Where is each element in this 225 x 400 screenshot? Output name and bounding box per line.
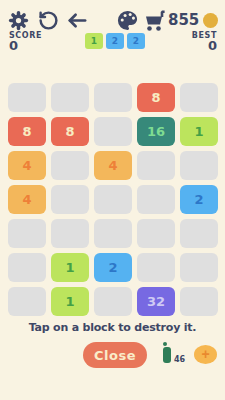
empty-cell[interactable] xyxy=(94,117,132,146)
undo-icon xyxy=(38,10,59,31)
queue-tile-1: 1 xyxy=(85,33,103,49)
plus-icon: + xyxy=(201,346,209,363)
empty-cell[interactable] xyxy=(51,219,89,248)
tile-4[interactable]: 4 xyxy=(8,151,46,180)
cart-icon xyxy=(141,9,168,32)
tile-8[interactable]: 8 xyxy=(51,117,89,146)
empty-cell[interactable] xyxy=(8,287,46,316)
tile-4[interactable]: 4 xyxy=(8,185,46,214)
board-grid: 888161444212132 xyxy=(8,83,218,316)
empty-cell[interactable] xyxy=(94,185,132,214)
palette-icon xyxy=(116,9,139,32)
tile-8[interactable]: 8 xyxy=(8,117,46,146)
queue-tile-2: 2 xyxy=(127,33,145,49)
empty-cell[interactable] xyxy=(180,219,218,248)
undo-button[interactable] xyxy=(38,10,59,31)
empty-cell[interactable] xyxy=(180,151,218,180)
empty-cell[interactable] xyxy=(137,219,175,248)
close-button-label: Close xyxy=(94,348,136,363)
empty-cell[interactable] xyxy=(94,287,132,316)
queue-tile-2: 2 xyxy=(106,33,124,49)
empty-cell[interactable] xyxy=(180,83,218,112)
empty-cell[interactable] xyxy=(51,83,89,112)
gear-icon xyxy=(8,10,29,31)
close-button[interactable]: Close xyxy=(83,342,147,368)
settings-button[interactable] xyxy=(8,10,29,31)
tile-1[interactable]: 1 xyxy=(180,117,218,146)
theme-button[interactable] xyxy=(116,9,139,32)
best-block: BEST 0 xyxy=(192,31,217,52)
tile-8[interactable]: 8 xyxy=(137,83,175,112)
powerup-count: 46 xyxy=(174,355,185,364)
empty-cell[interactable] xyxy=(180,287,218,316)
tile-1[interactable]: 1 xyxy=(51,253,89,282)
empty-cell[interactable] xyxy=(8,219,46,248)
empty-cell[interactable] xyxy=(137,185,175,214)
empty-cell[interactable] xyxy=(94,83,132,112)
next-blocks-queue: 122 xyxy=(85,33,145,49)
empty-cell[interactable] xyxy=(137,151,175,180)
empty-cell[interactable] xyxy=(94,219,132,248)
empty-cell[interactable] xyxy=(51,185,89,214)
back-button[interactable] xyxy=(66,10,89,31)
coin-count: 855 xyxy=(168,11,199,29)
tile-4[interactable]: 4 xyxy=(94,151,132,180)
buy-powerup-button[interactable]: + xyxy=(194,345,217,364)
empty-cell[interactable] xyxy=(180,253,218,282)
hint-text: Tap on a block to destroy it. xyxy=(0,321,225,334)
empty-cell[interactable] xyxy=(8,83,46,112)
destroy-powerup-icon xyxy=(163,347,171,363)
best-value: 0 xyxy=(192,40,217,52)
tile-32[interactable]: 32 xyxy=(137,287,175,316)
top-bar: 855 xyxy=(8,8,221,32)
score-value: 0 xyxy=(9,40,42,52)
shop-button[interactable] xyxy=(141,9,168,32)
tile-2[interactable]: 2 xyxy=(180,185,218,214)
empty-cell[interactable] xyxy=(8,253,46,282)
empty-cell[interactable] xyxy=(51,151,89,180)
tile-2[interactable]: 2 xyxy=(94,253,132,282)
tile-16[interactable]: 16 xyxy=(137,117,175,146)
empty-cell[interactable] xyxy=(137,253,175,282)
tile-1[interactable]: 1 xyxy=(51,287,89,316)
score-block: SCORE 0 xyxy=(9,31,42,52)
coin-icon xyxy=(203,13,218,28)
back-arrow-icon xyxy=(66,10,89,31)
